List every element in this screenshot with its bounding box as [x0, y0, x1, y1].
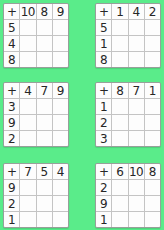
answer-cell[interactable] [37, 36, 52, 51]
col-header-cell: 10 [129, 164, 144, 179]
answer-cell[interactable] [20, 196, 35, 211]
col-header-cell: 1 [112, 4, 127, 19]
col-header-cell: 8 [112, 83, 127, 98]
answer-cell[interactable] [53, 212, 68, 227]
answer-cell[interactable] [112, 180, 127, 195]
answer-cell[interactable] [129, 212, 144, 227]
answer-cell[interactable] [20, 99, 35, 114]
answer-cell[interactable] [145, 115, 160, 130]
row-header-cell: 9 [4, 115, 19, 130]
answer-cell[interactable] [20, 52, 35, 67]
row-header-cell: 9 [96, 196, 111, 211]
row-header-cell: 1 [96, 99, 111, 114]
row-header-cell: 1 [96, 36, 111, 51]
answer-cell[interactable] [53, 115, 68, 130]
col-header-cell: 9 [53, 4, 68, 19]
answer-cell[interactable] [129, 196, 144, 211]
col-header-cell: 10 [20, 4, 35, 19]
addition-grid-5: + 7 5 4 9 2 1 [3, 163, 69, 228]
answer-cell[interactable] [53, 196, 68, 211]
answer-cell[interactable] [145, 52, 160, 67]
answer-cell[interactable] [37, 212, 52, 227]
answer-cell[interactable] [37, 196, 52, 211]
answer-cell[interactable] [112, 99, 127, 114]
row-header-cell: 8 [96, 52, 111, 67]
row-header-cell: 2 [96, 180, 111, 195]
row-header-cell: 3 [4, 99, 19, 114]
answer-cell[interactable] [37, 52, 52, 67]
operator-cell: + [4, 164, 19, 179]
answer-cell[interactable] [37, 20, 52, 35]
addition-grid-2: + 1 4 2 5 1 8 [95, 3, 161, 68]
col-header-cell: 9 [53, 83, 68, 98]
answer-cell[interactable] [145, 180, 160, 195]
addition-grid-1: + 10 8 9 5 4 8 [3, 3, 69, 68]
answer-cell[interactable] [145, 99, 160, 114]
answer-cell[interactable] [20, 180, 35, 195]
answer-cell[interactable] [145, 196, 160, 211]
col-header-cell: 7 [20, 164, 35, 179]
answer-cell[interactable] [129, 36, 144, 51]
answer-cell[interactable] [129, 131, 144, 146]
answer-cell[interactable] [129, 52, 144, 67]
answer-cell[interactable] [37, 131, 52, 146]
addition-grid-6: + 6 10 8 2 9 1 [95, 163, 161, 228]
worksheet: { "game": "addition-table-puzzle", "oper… [0, 0, 164, 230]
col-header-cell: 7 [37, 83, 52, 98]
answer-cell[interactable] [129, 180, 144, 195]
row-header-cell: 8 [4, 52, 19, 67]
answer-cell[interactable] [53, 99, 68, 114]
col-header-cell: 5 [37, 164, 52, 179]
col-header-cell: 2 [145, 4, 160, 19]
answer-cell[interactable] [37, 115, 52, 130]
operator-cell: + [96, 4, 111, 19]
answer-cell[interactable] [20, 212, 35, 227]
operator-cell: + [96, 83, 111, 98]
row-header-cell: 9 [4, 180, 19, 195]
answer-cell[interactable] [20, 131, 35, 146]
col-header-cell: 4 [53, 164, 68, 179]
row-header-cell: 2 [96, 115, 111, 130]
row-header-cell: 1 [4, 212, 19, 227]
answer-cell[interactable] [112, 52, 127, 67]
answer-cell[interactable] [112, 20, 127, 35]
answer-cell[interactable] [112, 212, 127, 227]
answer-cell[interactable] [53, 131, 68, 146]
col-header-cell: 8 [145, 164, 160, 179]
row-header-cell: 5 [4, 20, 19, 35]
row-header-cell: 5 [96, 20, 111, 35]
col-header-cell: 6 [112, 164, 127, 179]
answer-cell[interactable] [145, 36, 160, 51]
answer-cell[interactable] [53, 20, 68, 35]
row-header-cell: 3 [96, 131, 111, 146]
answer-cell[interactable] [20, 36, 35, 51]
answer-cell[interactable] [20, 115, 35, 130]
answer-cell[interactable] [20, 20, 35, 35]
answer-cell[interactable] [53, 180, 68, 195]
row-header-cell: 1 [96, 212, 111, 227]
row-header-cell: 2 [4, 131, 19, 146]
answer-cell[interactable] [145, 131, 160, 146]
col-header-cell: 8 [37, 4, 52, 19]
col-header-cell: 1 [145, 83, 160, 98]
answer-cell[interactable] [37, 180, 52, 195]
row-header-cell: 4 [4, 36, 19, 51]
answer-cell[interactable] [53, 36, 68, 51]
col-header-cell: 4 [129, 4, 144, 19]
operator-cell: + [96, 164, 111, 179]
operator-cell: + [4, 4, 19, 19]
operator-cell: + [4, 83, 19, 98]
answer-cell[interactable] [112, 131, 127, 146]
col-header-cell: 7 [129, 83, 144, 98]
addition-grid-4: + 8 7 1 1 2 3 [95, 82, 161, 147]
answer-cell[interactable] [112, 115, 127, 130]
col-header-cell: 4 [20, 83, 35, 98]
answer-cell[interactable] [129, 115, 144, 130]
answer-cell[interactable] [112, 196, 127, 211]
answer-cell[interactable] [37, 99, 52, 114]
answer-cell[interactable] [129, 20, 144, 35]
answer-cell[interactable] [112, 36, 127, 51]
answer-cell[interactable] [53, 52, 68, 67]
answer-cell[interactable] [145, 20, 160, 35]
row-header-cell: 2 [4, 196, 19, 211]
answer-cell[interactable] [145, 212, 160, 227]
addition-grid-3: + 4 7 9 3 9 2 [3, 82, 69, 147]
answer-cell[interactable] [129, 99, 144, 114]
